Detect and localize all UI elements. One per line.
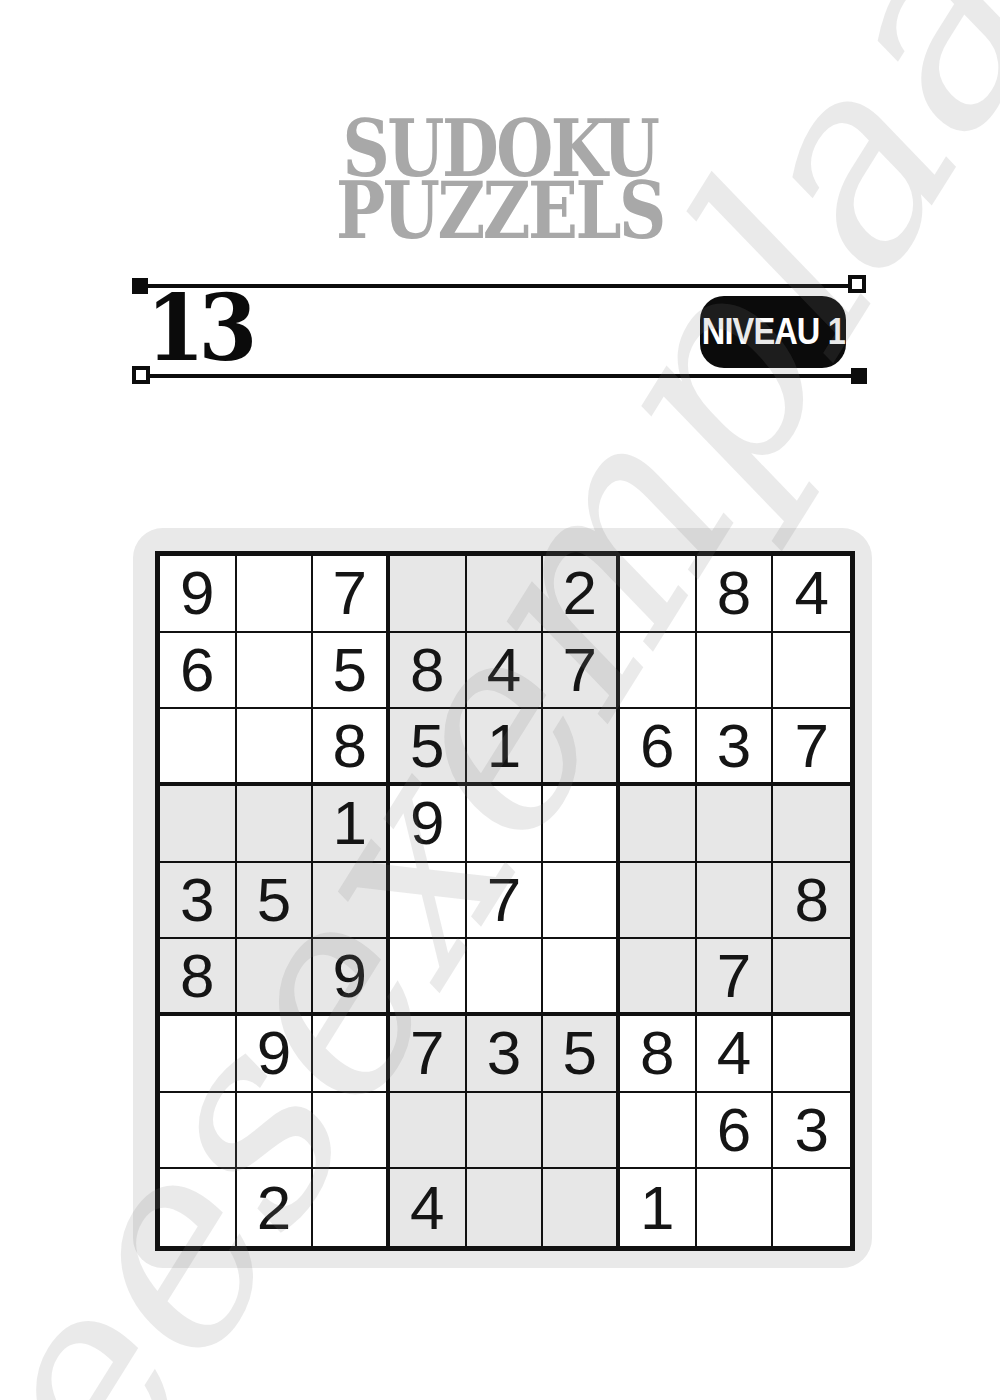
- level-badge: NIVEAU 1: [700, 296, 846, 368]
- cell-r7c6: 5: [543, 1016, 620, 1093]
- cell-r5c5: 7: [467, 863, 544, 940]
- cell-r3c3: 8: [313, 709, 390, 786]
- cell-r6c4[interactable]: [390, 939, 467, 1016]
- cell-r7c3[interactable]: [313, 1016, 390, 1093]
- cell-r8c5[interactable]: [467, 1093, 544, 1170]
- cell-r2c4: 8: [390, 633, 467, 710]
- cell-r1c2[interactable]: [237, 556, 314, 633]
- puzzle-number: 13: [146, 282, 251, 374]
- cell-r1c9: 4: [773, 556, 850, 633]
- cell-r5c3[interactable]: [313, 863, 390, 940]
- cell-r9c1[interactable]: [160, 1169, 237, 1246]
- divider-top-right-square-icon: [848, 275, 866, 293]
- cell-r5c8[interactable]: [697, 863, 774, 940]
- cell-r7c4: 7: [390, 1016, 467, 1093]
- cell-r9c3[interactable]: [313, 1169, 390, 1246]
- cell-r4c5[interactable]: [467, 786, 544, 863]
- cell-r5c4[interactable]: [390, 863, 467, 940]
- cell-r6c7[interactable]: [620, 939, 697, 1016]
- cell-r7c9[interactable]: [773, 1016, 850, 1093]
- book-title: SUDOKU PUZZELS: [0, 118, 1000, 241]
- level-badge-label: NIVEAU 1: [701, 311, 844, 353]
- title-line-2: PUZZELS: [80, 180, 920, 242]
- cell-r7c7: 8: [620, 1016, 697, 1093]
- cell-r8c3[interactable]: [313, 1093, 390, 1170]
- cell-r3c5: 1: [467, 709, 544, 786]
- cell-r6c1: 8: [160, 939, 237, 1016]
- cell-r3c2[interactable]: [237, 709, 314, 786]
- cell-r2c8[interactable]: [697, 633, 774, 710]
- cell-r6c2[interactable]: [237, 939, 314, 1016]
- cell-r9c8[interactable]: [697, 1169, 774, 1246]
- cell-r5c2: 5: [237, 863, 314, 940]
- cell-r4c8[interactable]: [697, 786, 774, 863]
- cell-r4c2[interactable]: [237, 786, 314, 863]
- cell-r2c6: 7: [543, 633, 620, 710]
- cell-r7c5: 3: [467, 1016, 544, 1093]
- cell-r3c7: 6: [620, 709, 697, 786]
- cell-r1c4[interactable]: [390, 556, 467, 633]
- cell-r6c8: 7: [697, 939, 774, 1016]
- cell-r9c9[interactable]: [773, 1169, 850, 1246]
- cell-r4c4: 9: [390, 786, 467, 863]
- cell-r3c8: 3: [697, 709, 774, 786]
- divider-bottom-line: [141, 374, 859, 378]
- cell-r1c1: 9: [160, 556, 237, 633]
- cell-r1c6: 2: [543, 556, 620, 633]
- board-container: 972846584785163719357889797358463241: [133, 528, 872, 1268]
- cell-r9c5[interactable]: [467, 1169, 544, 1246]
- cell-r5c1: 3: [160, 863, 237, 940]
- cell-r6c5[interactable]: [467, 939, 544, 1016]
- cell-r4c6[interactable]: [543, 786, 620, 863]
- cell-r4c7[interactable]: [620, 786, 697, 863]
- cell-r2c9[interactable]: [773, 633, 850, 710]
- cell-r8c2[interactable]: [237, 1093, 314, 1170]
- cell-r7c8: 4: [697, 1016, 774, 1093]
- cell-r1c7[interactable]: [620, 556, 697, 633]
- cell-r5c7[interactable]: [620, 863, 697, 940]
- divider-bottom-right-square-icon: [851, 368, 867, 384]
- cell-r9c7: 1: [620, 1169, 697, 1246]
- cell-r9c6[interactable]: [543, 1169, 620, 1246]
- cell-r2c3: 5: [313, 633, 390, 710]
- cell-r3c9: 7: [773, 709, 850, 786]
- cell-r2c7[interactable]: [620, 633, 697, 710]
- cell-r3c6[interactable]: [543, 709, 620, 786]
- cell-r2c5: 4: [467, 633, 544, 710]
- sudoku-grid: 972846584785163719357889797358463241: [155, 551, 855, 1251]
- cell-r1c5[interactable]: [467, 556, 544, 633]
- cell-r6c6[interactable]: [543, 939, 620, 1016]
- cell-r1c3: 7: [313, 556, 390, 633]
- cell-r9c2: 2: [237, 1169, 314, 1246]
- cell-r4c1[interactable]: [160, 786, 237, 863]
- cell-r8c4[interactable]: [390, 1093, 467, 1170]
- cell-r6c9[interactable]: [773, 939, 850, 1016]
- cell-r2c2[interactable]: [237, 633, 314, 710]
- cell-r5c6[interactable]: [543, 863, 620, 940]
- cell-r2c1: 6: [160, 633, 237, 710]
- cell-r8c1[interactable]: [160, 1093, 237, 1170]
- cell-r3c1[interactable]: [160, 709, 237, 786]
- cell-r8c7[interactable]: [620, 1093, 697, 1170]
- cell-r1c8: 8: [697, 556, 774, 633]
- cell-r6c3: 9: [313, 939, 390, 1016]
- cell-r8c6[interactable]: [543, 1093, 620, 1170]
- cell-r4c3: 1: [313, 786, 390, 863]
- cell-r7c2: 9: [237, 1016, 314, 1093]
- cell-r5c9: 8: [773, 863, 850, 940]
- cell-r8c8: 6: [697, 1093, 774, 1170]
- cell-r8c9: 3: [773, 1093, 850, 1170]
- cell-r9c4: 4: [390, 1169, 467, 1246]
- cell-r7c1[interactable]: [160, 1016, 237, 1093]
- cell-r3c4: 5: [390, 709, 467, 786]
- cell-r4c9[interactable]: [773, 786, 850, 863]
- divider-bottom-left-square-icon: [132, 366, 150, 384]
